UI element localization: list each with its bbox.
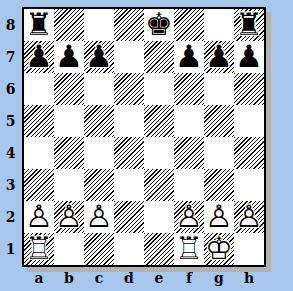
square-h2[interactable]: ♟♙ [234,201,264,233]
square-f1[interactable]: ♜♖ [174,233,204,265]
square-e2[interactable] [144,201,174,233]
square-h3[interactable] [234,169,264,201]
white-king-piece: ♚♔ [204,233,234,265]
square-h5[interactable] [234,105,264,137]
square-g3[interactable] [204,169,234,201]
square-b3[interactable] [54,169,84,201]
square-g2[interactable]: ♟♙ [204,201,234,233]
square-f5[interactable] [174,105,204,137]
file-label-f: f [174,267,204,289]
square-c8[interactable] [84,9,114,41]
black-rook-piece: ♜ [234,9,264,41]
square-c3[interactable] [84,169,114,201]
square-h7[interactable]: ♟ [234,41,264,73]
square-g1[interactable]: ♚♔ [204,233,234,265]
file-label-h: h [234,267,264,289]
square-b5[interactable] [54,105,84,137]
square-f2[interactable]: ♟♙ [174,201,204,233]
square-d4[interactable] [114,137,144,169]
square-a5[interactable] [24,105,54,137]
file-label-d: d [114,267,144,289]
square-a8[interactable]: ♜ [24,9,54,41]
chess-board: ♜♚♜♟♟♟♟♟♟♟♙♟♙♟♙♟♙♟♙♟♙♜♖♜♖♚♔ [22,7,266,267]
black-pawn-piece: ♟ [24,41,54,73]
square-f7[interactable]: ♟ [174,41,204,73]
black-pawn-piece: ♟ [54,41,84,73]
black-pawn-piece: ♟ [84,41,114,73]
square-g7[interactable]: ♟ [204,41,234,73]
square-e7[interactable] [144,41,174,73]
black-pawn-piece: ♟ [234,41,264,73]
square-b4[interactable] [54,137,84,169]
square-d3[interactable] [114,169,144,201]
white-pawn-piece: ♟♙ [54,201,84,233]
square-d8[interactable] [114,9,144,41]
white-pawn-piece: ♟♙ [24,201,54,233]
square-d5[interactable] [114,105,144,137]
rank-label-4: 4 [0,137,21,169]
square-g4[interactable] [204,137,234,169]
square-f4[interactable] [174,137,204,169]
rank-label-2: 2 [0,201,21,233]
square-g8[interactable] [204,9,234,41]
square-a6[interactable] [24,73,54,105]
square-f6[interactable] [174,73,204,105]
square-f3[interactable] [174,169,204,201]
square-a7[interactable]: ♟ [24,41,54,73]
square-h6[interactable] [234,73,264,105]
square-b1[interactable] [54,233,84,265]
chess-diagram-page: ♜♚♜♟♟♟♟♟♟♟♙♟♙♟♙♟♙♟♙♟♙♜♖♜♖♚♔ 87654321 abc… [0,0,293,291]
rank-label-5: 5 [0,105,21,137]
square-c7[interactable]: ♟ [84,41,114,73]
square-a1[interactable]: ♜♖ [24,233,54,265]
white-pawn-piece: ♟♙ [84,201,114,233]
square-c6[interactable] [84,73,114,105]
square-c4[interactable] [84,137,114,169]
square-d6[interactable] [114,73,144,105]
white-rook-piece: ♜♖ [174,233,204,265]
white-pawn-piece: ♟♙ [174,201,204,233]
square-b2[interactable]: ♟♙ [54,201,84,233]
square-c1[interactable] [84,233,114,265]
black-pawn-piece: ♟ [204,41,234,73]
file-label-e: e [144,267,174,289]
square-b7[interactable]: ♟ [54,41,84,73]
square-c2[interactable]: ♟♙ [84,201,114,233]
square-h4[interactable] [234,137,264,169]
black-rook-piece: ♜ [24,9,54,41]
square-b8[interactable] [54,9,84,41]
square-b6[interactable] [54,73,84,105]
square-d2[interactable] [114,201,144,233]
square-e6[interactable] [144,73,174,105]
square-a4[interactable] [24,137,54,169]
rank-label-1: 1 [0,233,21,265]
square-g6[interactable] [204,73,234,105]
square-e4[interactable] [144,137,174,169]
square-a2[interactable]: ♟♙ [24,201,54,233]
rank-label-3: 3 [0,169,21,201]
black-king-piece: ♚ [144,9,174,41]
square-e5[interactable] [144,105,174,137]
square-d7[interactable] [114,41,144,73]
file-label-g: g [204,267,234,289]
square-e8[interactable]: ♚ [144,9,174,41]
square-h1[interactable] [234,233,264,265]
file-label-c: c [84,267,114,289]
black-pawn-piece: ♟ [174,41,204,73]
file-label-b: b [54,267,84,289]
square-e3[interactable] [144,169,174,201]
white-rook-piece: ♜♖ [24,233,54,265]
square-c5[interactable] [84,105,114,137]
square-d1[interactable] [114,233,144,265]
square-h8[interactable]: ♜ [234,9,264,41]
file-label-a: a [24,267,54,289]
white-pawn-piece: ♟♙ [234,201,264,233]
white-pawn-piece: ♟♙ [204,201,234,233]
square-f8[interactable] [174,9,204,41]
rank-label-8: 8 [0,9,21,41]
square-g5[interactable] [204,105,234,137]
rank-label-6: 6 [0,73,21,105]
rank-label-7: 7 [0,41,21,73]
square-a3[interactable] [24,169,54,201]
square-e1[interactable] [144,233,174,265]
